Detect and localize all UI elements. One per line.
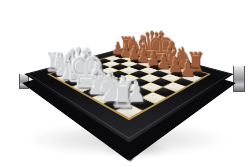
square-h7: ♟ [182, 74, 201, 82]
chess-set-photo: ♜♞♝♛♚♝♞♜♟♟♟♟♟♟♟♟♟♟♟♟♟♟♟♟♜♞♝♛♚♝♞♜ [0, 0, 250, 167]
piece-black-pawn-h7: ♟ [181, 59, 197, 79]
piece-white-rook-h1: ♜ [110, 79, 136, 113]
board-foot-right [233, 66, 245, 92]
